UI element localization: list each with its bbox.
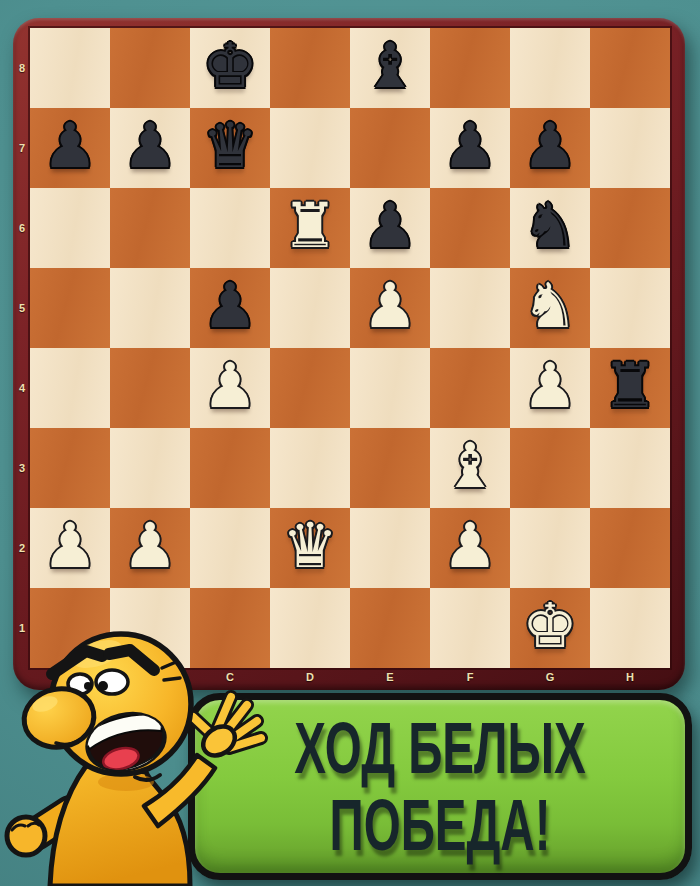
square-f2[interactable]: ♟ [430, 508, 510, 588]
square-g8[interactable] [510, 28, 590, 108]
mascot-hand [193, 697, 261, 761]
square-e8[interactable]: ♝ [350, 28, 430, 108]
square-e2[interactable] [350, 508, 430, 588]
square-a2[interactable]: ♟ [30, 508, 110, 588]
square-e6[interactable]: ♟ [350, 188, 430, 268]
square-c3[interactable] [190, 428, 270, 508]
square-f3[interactable]: ♝ [430, 428, 510, 508]
piece-white-rook-d6[interactable]: ♜ [270, 188, 350, 268]
square-c2[interactable] [190, 508, 270, 588]
piece-white-pawn-c4[interactable]: ♟ [190, 348, 270, 428]
square-e3[interactable] [350, 428, 430, 508]
square-e1[interactable] [350, 588, 430, 668]
piece-black-queen-c7[interactable]: ♛ [190, 108, 270, 188]
square-a6[interactable] [30, 188, 110, 268]
piece-black-knight-g6[interactable]: ♞ [510, 188, 590, 268]
square-c8[interactable]: ♚ [190, 28, 270, 108]
piece-black-pawn-a7[interactable]: ♟ [30, 108, 110, 188]
chess-puzzle-image: ♚♝♟♟♛♟♟♜♟♞♟♟♞♟♟♜♝♟♟♛♟♚ 87654321 ABCDEFGH… [0, 0, 700, 886]
piece-black-rook-h4[interactable]: ♜ [590, 348, 670, 428]
square-b4[interactable] [110, 348, 190, 428]
file-label-e: E [350, 669, 430, 685]
file-label-f: F [430, 669, 510, 685]
rank-label-4: 4 [15, 381, 29, 395]
piece-white-pawn-f2[interactable]: ♟ [430, 508, 510, 588]
square-g7[interactable]: ♟ [510, 108, 590, 188]
piece-black-pawn-e6[interactable]: ♟ [350, 188, 430, 268]
piece-black-king-c8[interactable]: ♚ [190, 28, 270, 108]
board-grid: ♚♝♟♟♛♟♟♜♟♞♟♟♞♟♟♜♝♟♟♛♟♚ [30, 28, 670, 668]
square-e4[interactable] [350, 348, 430, 428]
square-d6[interactable]: ♜ [270, 188, 350, 268]
square-a5[interactable] [30, 268, 110, 348]
mascot-character [0, 590, 280, 886]
square-b5[interactable] [110, 268, 190, 348]
square-f7[interactable]: ♟ [430, 108, 510, 188]
piece-white-pawn-g4[interactable]: ♟ [510, 348, 590, 428]
square-d3[interactable] [270, 428, 350, 508]
square-d5[interactable] [270, 268, 350, 348]
square-a4[interactable] [30, 348, 110, 428]
square-h3[interactable] [590, 428, 670, 508]
file-label-d: D [270, 669, 350, 685]
piece-black-pawn-c5[interactable]: ♟ [190, 268, 270, 348]
square-f5[interactable] [430, 268, 510, 348]
square-g3[interactable] [510, 428, 590, 508]
square-b7[interactable]: ♟ [110, 108, 190, 188]
square-c4[interactable]: ♟ [190, 348, 270, 428]
square-d2[interactable]: ♛ [270, 508, 350, 588]
square-f6[interactable] [430, 188, 510, 268]
piece-white-pawn-a2[interactable]: ♟ [30, 508, 110, 588]
square-b2[interactable]: ♟ [110, 508, 190, 588]
piece-black-pawn-g7[interactable]: ♟ [510, 108, 590, 188]
square-h1[interactable] [590, 588, 670, 668]
banner-line-2: ПОБЕДА! [330, 787, 551, 864]
piece-black-pawn-b7[interactable]: ♟ [110, 108, 190, 188]
piece-white-knight-g5[interactable]: ♞ [510, 268, 590, 348]
rank-label-2: 2 [15, 541, 29, 555]
square-g4[interactable]: ♟ [510, 348, 590, 428]
square-d4[interactable] [270, 348, 350, 428]
rank-label-7: 7 [15, 141, 29, 155]
square-c7[interactable]: ♛ [190, 108, 270, 188]
square-e7[interactable] [350, 108, 430, 188]
square-a3[interactable] [30, 428, 110, 508]
square-h6[interactable] [590, 188, 670, 268]
file-label-h: H [590, 669, 670, 685]
piece-white-king-g1[interactable]: ♚ [510, 588, 590, 668]
square-a8[interactable] [30, 28, 110, 108]
square-h5[interactable] [590, 268, 670, 348]
square-c6[interactable] [190, 188, 270, 268]
piece-black-bishop-e8[interactable]: ♝ [350, 28, 430, 108]
piece-white-pawn-e5[interactable]: ♟ [350, 268, 430, 348]
square-g1[interactable]: ♚ [510, 588, 590, 668]
piece-black-pawn-f7[interactable]: ♟ [430, 108, 510, 188]
square-h4[interactable]: ♜ [590, 348, 670, 428]
square-f4[interactable] [430, 348, 510, 428]
square-e5[interactable]: ♟ [350, 268, 430, 348]
square-h7[interactable] [590, 108, 670, 188]
square-c5[interactable]: ♟ [190, 268, 270, 348]
piece-white-bishop-f3[interactable]: ♝ [430, 428, 510, 508]
square-b3[interactable] [110, 428, 190, 508]
square-h2[interactable] [590, 508, 670, 588]
square-b8[interactable] [110, 28, 190, 108]
piece-white-queen-d2[interactable]: ♛ [270, 508, 350, 588]
square-g5[interactable]: ♞ [510, 268, 590, 348]
file-label-g: G [510, 669, 590, 685]
square-d8[interactable] [270, 28, 350, 108]
square-f1[interactable] [430, 588, 510, 668]
square-g6[interactable]: ♞ [510, 188, 590, 268]
square-g2[interactable] [510, 508, 590, 588]
rank-label-8: 8 [15, 61, 29, 75]
square-a7[interactable]: ♟ [30, 108, 110, 188]
piece-white-pawn-b2[interactable]: ♟ [110, 508, 190, 588]
banner-text: ХОД БЕЛЫХ ПОБЕДА! [278, 700, 601, 873]
square-f8[interactable] [430, 28, 510, 108]
banner-line-1: ХОД БЕЛЫХ [294, 710, 585, 787]
square-d7[interactable] [270, 108, 350, 188]
rank-label-5: 5 [15, 301, 29, 315]
square-b6[interactable] [110, 188, 190, 268]
rank-label-6: 6 [15, 221, 29, 235]
square-d1[interactable] [270, 588, 350, 668]
square-h8[interactable] [590, 28, 670, 108]
rank-label-3: 3 [15, 461, 29, 475]
